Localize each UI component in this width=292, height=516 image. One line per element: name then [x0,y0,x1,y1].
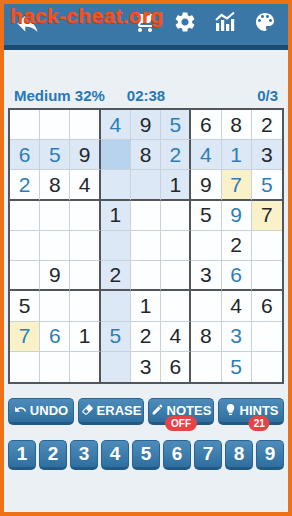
cell-r9c8[interactable]: 5 [222,352,252,382]
notes-off-badge: OFF [165,416,197,431]
numpad-5[interactable]: 5 [132,440,160,470]
cell-r1c7[interactable]: 6 [191,110,221,140]
numpad-1[interactable]: 1 [8,440,36,470]
difficulty-label: Medium 32% [14,88,105,104]
cell-r6c7[interactable]: 3 [191,261,221,291]
cell-r2c4[interactable] [101,140,131,170]
cell-r6c4[interactable]: 2 [101,261,131,291]
statistics-button[interactable] [211,10,239,38]
cell-r8c9[interactable] [252,322,282,352]
undo-icon [14,403,27,419]
cell-r1c6[interactable]: 5 [161,110,191,140]
cell-r5c2[interactable] [40,231,70,261]
cell-r5c9[interactable] [252,231,282,261]
numpad-9[interactable]: 9 [256,440,284,470]
numpad-8[interactable]: 8 [225,440,253,470]
cell-r4c9[interactable]: 7 [252,201,282,231]
hints-button[interactable]: HINTS 21 [218,398,284,425]
cell-r3c7[interactable]: 9 [191,170,221,200]
cell-r5c1[interactable] [10,231,40,261]
cell-r4c4[interactable]: 1 [101,201,131,231]
cell-r3c8[interactable]: 7 [222,170,252,200]
cell-r8c2[interactable]: 6 [40,322,70,352]
numpad-2[interactable]: 2 [39,440,67,470]
cell-r6c5[interactable] [131,261,161,291]
sudoku-app: hack-cheat.org Medium 32% 02:38 0/3 4956… [0,0,292,516]
cell-r5c3[interactable] [70,231,100,261]
cell-r1c8[interactable]: 8 [222,110,252,140]
numpad-3[interactable]: 3 [70,440,98,470]
cell-r7c6[interactable] [161,291,191,321]
watermark: hack-cheat.org [10,4,164,28]
eraser-icon [81,403,94,419]
cell-r3c4[interactable] [101,170,131,200]
cell-r6c2[interactable]: 9 [40,261,70,291]
cell-r7c1[interactable]: 5 [10,291,40,321]
cell-r4c3[interactable] [70,201,100,231]
cell-r5c7[interactable] [191,231,221,261]
pencil-icon [151,403,164,419]
cell-r6c1[interactable] [10,261,40,291]
cell-r1c3[interactable] [70,110,100,140]
cell-r7c5[interactable]: 1 [131,291,161,321]
cell-r3c1[interactable]: 2 [10,170,40,200]
cell-r4c7[interactable]: 5 [191,201,221,231]
numpad-4[interactable]: 4 [101,440,129,470]
cell-r1c5[interactable]: 9 [131,110,161,140]
cell-r6c8[interactable]: 6 [222,261,252,291]
cell-r1c2[interactable] [40,110,70,140]
hints-count-badge: 21 [249,416,270,431]
undo-button[interactable]: UNDO [8,398,74,425]
cell-r6c9[interactable] [252,261,282,291]
cell-r8c1[interactable]: 7 [10,322,40,352]
cell-r2c7[interactable]: 4 [191,140,221,170]
cell-r8c3[interactable]: 1 [70,322,100,352]
numpad-7[interactable]: 7 [194,440,222,470]
cell-r9c2[interactable] [40,352,70,382]
cell-r6c6[interactable] [161,261,191,291]
cell-r7c3[interactable] [70,291,100,321]
cell-r7c7[interactable] [191,291,221,321]
cell-r3c2[interactable]: 8 [40,170,70,200]
cell-r5c5[interactable] [131,231,161,261]
undo-label: UNDO [30,403,68,418]
cell-r3c9[interactable]: 5 [252,170,282,200]
cell-r2c2[interactable]: 5 [40,140,70,170]
palette-icon [253,10,277,38]
cell-r1c9[interactable]: 2 [252,110,282,140]
cell-r9c7[interactable] [191,352,221,382]
lightbulb-icon [224,403,237,419]
cell-r9c1[interactable] [10,352,40,382]
status-bar: Medium 32% 02:38 0/3 [14,88,278,104]
sudoku-board: 4956826598241328419751597292365146761524… [8,108,284,384]
numpad: 123456789 [8,440,284,470]
numpad-6[interactable]: 6 [163,440,191,470]
cell-r3c6[interactable]: 1 [161,170,191,200]
cell-r2c3[interactable]: 9 [70,140,100,170]
cell-r5c4[interactable] [101,231,131,261]
cell-r4c1[interactable] [10,201,40,231]
erase-button[interactable]: ERASE [78,398,144,425]
cell-r9c6[interactable]: 6 [161,352,191,382]
cell-r2c6[interactable]: 2 [161,140,191,170]
cell-r1c1[interactable] [10,110,40,140]
cell-r1c4[interactable]: 4 [101,110,131,140]
cell-r4c2[interactable] [40,201,70,231]
cell-r5c6[interactable] [161,231,191,261]
toolbar: UNDO ERASE NOTES OFF HINTS 21 [8,398,284,425]
settings-button[interactable] [171,10,199,38]
cell-r4c6[interactable] [161,201,191,231]
cell-r2c5[interactable]: 8 [131,140,161,170]
cell-r8c8[interactable]: 3 [222,322,252,352]
cell-r7c2[interactable] [40,291,70,321]
cell-r2c9[interactable]: 3 [252,140,282,170]
cell-r8c7[interactable]: 8 [191,322,221,352]
cell-r3c3[interactable]: 4 [70,170,100,200]
themes-button[interactable] [251,10,279,38]
cell-r7c8[interactable]: 4 [222,291,252,321]
cell-r3c5[interactable] [131,170,161,200]
cell-r4c8[interactable]: 9 [222,201,252,231]
cell-r5c8[interactable]: 2 [222,231,252,261]
cell-r4c5[interactable] [131,201,161,231]
cell-r7c9[interactable]: 6 [252,291,282,321]
cell-r2c1[interactable]: 6 [10,140,40,170]
cell-r6c3[interactable] [70,261,100,291]
cell-r9c9[interactable] [252,352,282,382]
mistakes-counter: 0/3 [257,88,278,104]
timer: 02:38 [127,88,165,104]
cell-r7c4[interactable] [101,291,131,321]
cell-r8c5[interactable]: 2 [131,322,161,352]
cell-r9c5[interactable]: 3 [131,352,161,382]
cell-r9c4[interactable] [101,352,131,382]
cell-r2c8[interactable]: 1 [222,140,252,170]
gear-icon [173,10,197,38]
cell-r9c3[interactable] [70,352,100,382]
statistics-icon [213,10,237,38]
erase-label: ERASE [97,403,142,418]
cell-r8c4[interactable]: 5 [101,322,131,352]
notes-button[interactable]: NOTES OFF [148,398,214,425]
cell-r8c6[interactable]: 4 [161,322,191,352]
